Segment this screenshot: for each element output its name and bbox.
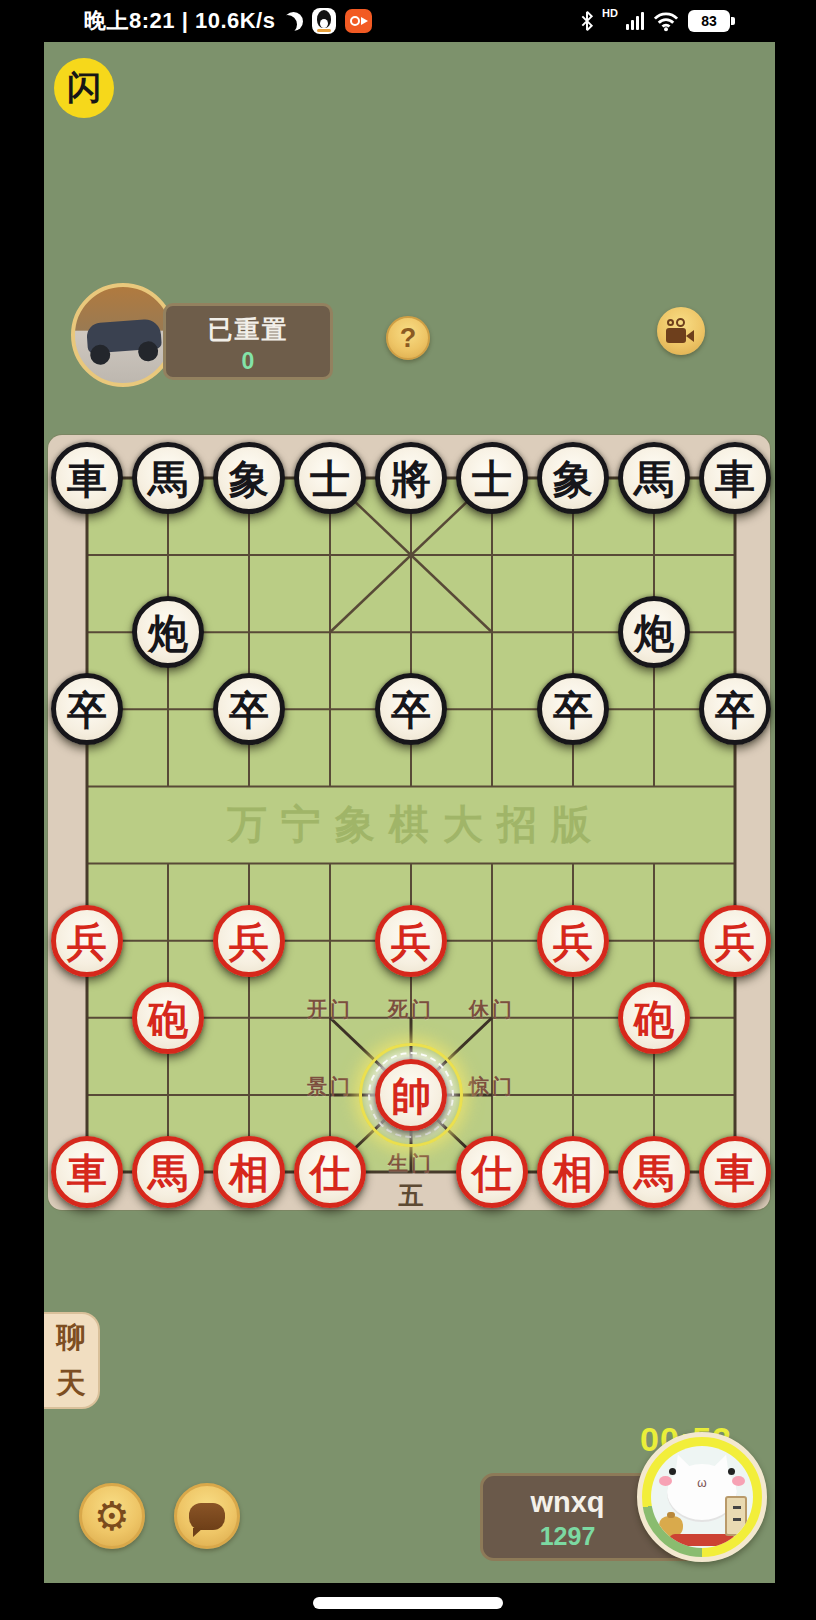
piece-車[interactable]: 車: [699, 442, 771, 514]
opponent-info-panel: 已重置 0: [163, 303, 333, 380]
chat-tab-char-2: 天: [57, 1364, 86, 1404]
help-button[interactable]: ?: [386, 316, 430, 360]
chat-tab-char-1: 聊: [57, 1318, 86, 1358]
screen: 晚上8:21 | 10.6K/s HD 83 闪: [0, 0, 816, 1620]
file-number-label: 五: [379, 1179, 443, 1212]
piece-帥[interactable]: 帥: [375, 1059, 447, 1131]
opponent-score: 0: [166, 348, 330, 375]
gate-label: 景门: [307, 1072, 353, 1099]
piece-象[interactable]: 象: [213, 442, 285, 514]
piece-卒[interactable]: 卒: [537, 673, 609, 745]
piece-士[interactable]: 士: [294, 442, 366, 514]
piece-士[interactable]: 士: [456, 442, 528, 514]
piece-炮[interactable]: 炮: [132, 596, 204, 668]
piece-兵[interactable]: 兵: [213, 905, 285, 977]
replay-camera-button[interactable]: [657, 307, 705, 355]
piece-兵[interactable]: 兵: [375, 905, 447, 977]
lucky-cat-avatar: ω: [651, 1446, 753, 1548]
settings-button[interactable]: ⚙: [79, 1483, 145, 1549]
piece-砲[interactable]: 砲: [618, 982, 690, 1054]
piece-兵[interactable]: 兵: [699, 905, 771, 977]
piece-車[interactable]: 車: [51, 1136, 123, 1208]
piece-馬[interactable]: 馬: [618, 1136, 690, 1208]
qq-app-icon: [312, 8, 336, 34]
do-not-disturb-moon-icon: [284, 12, 303, 31]
gate-label: 生门: [388, 1149, 434, 1176]
chat-tab[interactable]: 聊 天: [44, 1312, 100, 1409]
chat-button[interactable]: [174, 1483, 240, 1549]
game-screen: 闪 已重置 0 ? 万宁象棋大招版 五 开门死门休门景门惊门生门 車馬象士將士象…: [44, 42, 775, 1583]
piece-將[interactable]: 將: [375, 442, 447, 514]
piece-砲[interactable]: 砲: [132, 982, 204, 1054]
piece-馬[interactable]: 馬: [132, 442, 204, 514]
piece-馬[interactable]: 馬: [618, 442, 690, 514]
speech-bubble-icon: [189, 1503, 225, 1530]
board-watermark: 万宁象棋大招版: [48, 797, 770, 852]
status-bar: 晚上8:21 | 10.6K/s HD 83: [0, 0, 816, 42]
motorcycle-photo: [86, 318, 162, 353]
clock-and-speed: 晚上8:21 | 10.6K/s: [84, 6, 275, 36]
piece-卒[interactable]: 卒: [51, 673, 123, 745]
movie-camera-icon: [666, 319, 696, 343]
system-navigation-bar: [0, 1583, 816, 1620]
piece-卒[interactable]: 卒: [699, 673, 771, 745]
piece-仕[interactable]: 仕: [456, 1136, 528, 1208]
hd-indicator: HD: [602, 7, 618, 19]
home-indicator: [313, 1597, 503, 1609]
piece-相[interactable]: 相: [537, 1136, 609, 1208]
gate-label: 惊门: [469, 1072, 515, 1099]
bluetooth-icon: [580, 10, 594, 32]
gate-label: 休门: [469, 995, 515, 1022]
piece-炮[interactable]: 炮: [618, 596, 690, 668]
player-rating: 1297: [483, 1522, 652, 1551]
piece-相[interactable]: 相: [213, 1136, 285, 1208]
piece-卒[interactable]: 卒: [213, 673, 285, 745]
piece-仕[interactable]: 仕: [294, 1136, 366, 1208]
piece-兵[interactable]: 兵: [51, 905, 123, 977]
player-avatar[interactable]: ω: [637, 1432, 767, 1562]
wifi-icon: [652, 10, 680, 32]
screen-record-icon: [345, 9, 372, 33]
piece-車[interactable]: 車: [51, 442, 123, 514]
battery-indicator: 83: [688, 10, 730, 32]
opponent-status-text: 已重置: [166, 313, 330, 346]
piece-卒[interactable]: 卒: [375, 673, 447, 745]
piece-馬[interactable]: 馬: [132, 1136, 204, 1208]
flash-overlay-button[interactable]: 闪: [54, 58, 114, 118]
piece-象[interactable]: 象: [537, 442, 609, 514]
xiangqi-board[interactable]: 万宁象棋大招版 五 开门死门休门景门惊门生门 車馬象士將士象馬車炮炮卒卒卒卒卒兵…: [48, 435, 770, 1210]
gate-label: 死门: [388, 995, 434, 1022]
player-name: wnxq: [483, 1486, 652, 1519]
piece-車[interactable]: 車: [699, 1136, 771, 1208]
opponent-avatar[interactable]: [71, 283, 175, 387]
gate-label: 开门: [307, 995, 353, 1022]
gear-icon: ⚙: [94, 1496, 130, 1536]
cell-signal-icon: [626, 12, 644, 30]
piece-兵[interactable]: 兵: [537, 905, 609, 977]
